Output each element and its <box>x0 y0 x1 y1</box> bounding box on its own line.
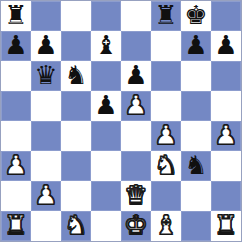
square-e7[interactable] <box>121 31 151 61</box>
black-pawn-piece: ♟ <box>124 61 147 90</box>
square-d2[interactable] <box>91 181 121 211</box>
white-pawn-piece: ♟ <box>214 121 237 150</box>
square-c1[interactable]: ♞ <box>61 211 91 241</box>
square-a8[interactable]: ♜ <box>1 1 31 31</box>
white-queen-piece: ♛ <box>124 181 147 210</box>
square-f2[interactable] <box>151 181 181 211</box>
square-g1[interactable] <box>181 211 211 241</box>
square-f8[interactable]: ♜ <box>151 1 181 31</box>
square-b1[interactable] <box>31 211 61 241</box>
square-b3[interactable] <box>31 151 61 181</box>
white-knight-piece: ♞ <box>154 151 177 180</box>
square-b7[interactable]: ♟ <box>31 31 61 61</box>
square-b6[interactable]: ♛ <box>31 61 61 91</box>
square-c7[interactable] <box>61 31 91 61</box>
square-c6[interactable]: ♞ <box>61 61 91 91</box>
square-d8[interactable] <box>91 1 121 31</box>
black-pawn-piece: ♟ <box>4 31 27 60</box>
white-king-piece: ♚ <box>124 211 147 240</box>
white-pawn-piece: ♟ <box>34 181 57 210</box>
square-b5[interactable] <box>31 91 61 121</box>
square-e5[interactable]: ♟ <box>121 91 151 121</box>
square-c8[interactable] <box>61 1 91 31</box>
square-d4[interactable] <box>91 121 121 151</box>
square-h8[interactable] <box>211 1 241 31</box>
black-pawn-piece: ♟ <box>34 31 57 60</box>
square-h3[interactable] <box>211 151 241 181</box>
white-pawn-piece: ♟ <box>124 91 147 120</box>
white-pawn-piece: ♟ <box>154 121 177 150</box>
square-e6[interactable]: ♟ <box>121 61 151 91</box>
white-rook-piece: ♜ <box>214 211 237 240</box>
black-bishop-piece: ♝ <box>94 31 117 60</box>
square-f5[interactable] <box>151 91 181 121</box>
square-h2[interactable] <box>211 181 241 211</box>
square-h6[interactable] <box>211 61 241 91</box>
square-c2[interactable] <box>61 181 91 211</box>
square-d3[interactable] <box>91 151 121 181</box>
square-f7[interactable] <box>151 31 181 61</box>
square-a2[interactable] <box>1 181 31 211</box>
square-f3[interactable]: ♞ <box>151 151 181 181</box>
black-pawn-piece: ♟ <box>184 31 207 60</box>
square-h4[interactable]: ♟ <box>211 121 241 151</box>
square-c5[interactable] <box>61 91 91 121</box>
black-knight-piece: ♞ <box>64 61 87 90</box>
white-rook-piece: ♜ <box>4 211 27 240</box>
square-d6[interactable] <box>91 61 121 91</box>
square-e2[interactable]: ♛ <box>121 181 151 211</box>
square-b4[interactable] <box>31 121 61 151</box>
black-queen-piece: ♛ <box>34 61 57 90</box>
square-e4[interactable] <box>121 121 151 151</box>
white-bishop-piece: ♝ <box>154 211 177 240</box>
square-g4[interactable] <box>181 121 211 151</box>
black-rook-piece: ♜ <box>4 1 27 30</box>
square-h1[interactable]: ♜ <box>211 211 241 241</box>
square-d7[interactable]: ♝ <box>91 31 121 61</box>
square-g2[interactable] <box>181 181 211 211</box>
chess-board: ♜♜♚♟♟♝♟♟♛♞♟♟♟♟♟♟♞♞♟♛♜♞♚♝♜ <box>0 0 242 242</box>
square-b8[interactable] <box>31 1 61 31</box>
black-king-piece: ♚ <box>184 1 207 30</box>
square-f1[interactable]: ♝ <box>151 211 181 241</box>
square-g7[interactable]: ♟ <box>181 31 211 61</box>
square-a1[interactable]: ♜ <box>1 211 31 241</box>
white-pawn-piece: ♟ <box>4 151 27 180</box>
square-a3[interactable]: ♟ <box>1 151 31 181</box>
white-knight-piece: ♞ <box>64 211 87 240</box>
black-knight-piece: ♞ <box>184 151 207 180</box>
black-rook-piece: ♜ <box>154 1 177 30</box>
square-g5[interactable] <box>181 91 211 121</box>
square-e3[interactable] <box>121 151 151 181</box>
square-a4[interactable] <box>1 121 31 151</box>
square-f4[interactable]: ♟ <box>151 121 181 151</box>
square-c4[interactable] <box>61 121 91 151</box>
square-b2[interactable]: ♟ <box>31 181 61 211</box>
square-d1[interactable] <box>91 211 121 241</box>
square-e8[interactable] <box>121 1 151 31</box>
square-g6[interactable] <box>181 61 211 91</box>
square-f6[interactable] <box>151 61 181 91</box>
black-pawn-piece: ♟ <box>214 31 237 60</box>
square-h7[interactable]: ♟ <box>211 31 241 61</box>
square-d5[interactable]: ♟ <box>91 91 121 121</box>
square-a5[interactable] <box>1 91 31 121</box>
square-e1[interactable]: ♚ <box>121 211 151 241</box>
square-g8[interactable]: ♚ <box>181 1 211 31</box>
square-h5[interactable] <box>211 91 241 121</box>
black-pawn-piece: ♟ <box>94 91 117 120</box>
square-a7[interactable]: ♟ <box>1 31 31 61</box>
square-a6[interactable] <box>1 61 31 91</box>
square-g3[interactable]: ♞ <box>181 151 211 181</box>
square-c3[interactable] <box>61 151 91 181</box>
